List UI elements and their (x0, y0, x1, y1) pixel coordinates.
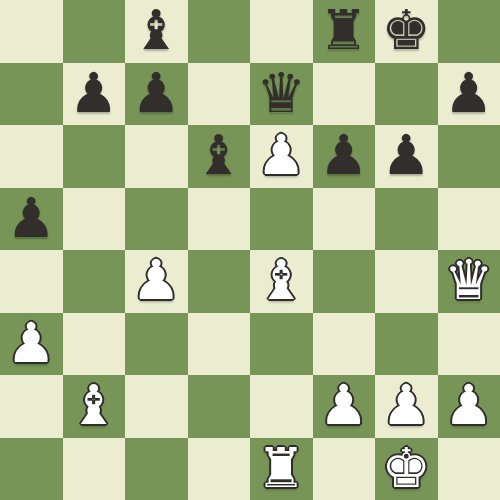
square-b3[interactable] (63, 313, 126, 376)
square-c4[interactable]: ♟ (125, 250, 188, 313)
square-c2[interactable] (125, 375, 188, 438)
square-e8[interactable] (250, 0, 313, 63)
square-e7[interactable]: ♛ (250, 63, 313, 126)
square-b5[interactable] (63, 188, 126, 251)
square-g5[interactable] (375, 188, 438, 251)
square-e5[interactable] (250, 188, 313, 251)
square-e6[interactable]: ♟ (250, 125, 313, 188)
piece-white-pawn[interactable]: ♟ (319, 374, 368, 437)
square-f6[interactable]: ♟ (313, 125, 376, 188)
square-d3[interactable] (188, 313, 251, 376)
piece-black-pawn[interactable]: ♟ (382, 124, 431, 187)
piece-white-bishop[interactable]: ♝ (257, 249, 306, 312)
chess-board: ♝♜♚♟♟♛♟♝♟♟♟♟♟♝♛♟♝♟♟♟♜♚ (0, 0, 500, 500)
square-a2[interactable] (0, 375, 63, 438)
square-c3[interactable] (125, 313, 188, 376)
square-h2[interactable]: ♟ (438, 375, 500, 438)
square-g7[interactable] (375, 63, 438, 126)
square-c7[interactable]: ♟ (125, 63, 188, 126)
square-h4[interactable]: ♛ (438, 250, 500, 313)
square-a3[interactable]: ♟ (0, 313, 63, 376)
square-h8[interactable] (438, 0, 500, 63)
square-g4[interactable] (375, 250, 438, 313)
piece-white-pawn[interactable]: ♟ (7, 312, 56, 375)
square-f3[interactable] (313, 313, 376, 376)
piece-black-pawn[interactable]: ♟ (444, 62, 493, 125)
square-a8[interactable] (0, 0, 63, 63)
square-d2[interactable] (188, 375, 251, 438)
piece-black-pawn[interactable]: ♟ (7, 187, 56, 250)
square-a1[interactable] (0, 438, 63, 500)
piece-black-rook[interactable]: ♜ (319, 0, 368, 62)
square-h3[interactable] (438, 313, 500, 376)
square-a6[interactable] (0, 125, 63, 188)
square-a5[interactable]: ♟ (0, 188, 63, 251)
square-f5[interactable] (313, 188, 376, 251)
piece-white-pawn[interactable]: ♟ (444, 374, 493, 437)
piece-black-pawn[interactable]: ♟ (69, 62, 118, 125)
piece-white-bishop[interactable]: ♝ (69, 374, 118, 437)
piece-black-king[interactable]: ♚ (382, 0, 431, 62)
square-e3[interactable] (250, 313, 313, 376)
square-h7[interactable]: ♟ (438, 63, 500, 126)
piece-white-pawn[interactable]: ♟ (257, 124, 306, 187)
piece-black-queen[interactable]: ♛ (257, 62, 306, 125)
piece-white-rook[interactable]: ♜ (257, 437, 306, 500)
piece-black-pawn[interactable]: ♟ (132, 62, 181, 125)
square-b2[interactable]: ♝ (63, 375, 126, 438)
piece-black-pawn[interactable]: ♟ (319, 124, 368, 187)
square-d6[interactable]: ♝ (188, 125, 251, 188)
square-a4[interactable] (0, 250, 63, 313)
piece-white-king[interactable]: ♚ (382, 437, 431, 500)
square-g6[interactable]: ♟ (375, 125, 438, 188)
square-c8[interactable]: ♝ (125, 0, 188, 63)
square-b4[interactable] (63, 250, 126, 313)
square-d7[interactable] (188, 63, 251, 126)
square-h6[interactable] (438, 125, 500, 188)
square-e1[interactable]: ♜ (250, 438, 313, 500)
square-d1[interactable] (188, 438, 251, 500)
square-e2[interactable] (250, 375, 313, 438)
piece-white-queen[interactable]: ♛ (444, 249, 493, 312)
square-d8[interactable] (188, 0, 251, 63)
square-d4[interactable] (188, 250, 251, 313)
square-g3[interactable] (375, 313, 438, 376)
piece-black-bishop[interactable]: ♝ (132, 0, 181, 62)
square-b1[interactable] (63, 438, 126, 500)
square-g1[interactable]: ♚ (375, 438, 438, 500)
square-h5[interactable] (438, 188, 500, 251)
square-d5[interactable] (188, 188, 251, 251)
square-h1[interactable] (438, 438, 500, 500)
square-f7[interactable] (313, 63, 376, 126)
piece-white-pawn[interactable]: ♟ (132, 249, 181, 312)
square-g8[interactable]: ♚ (375, 0, 438, 63)
piece-white-pawn[interactable]: ♟ (382, 374, 431, 437)
square-b7[interactable]: ♟ (63, 63, 126, 126)
square-b6[interactable] (63, 125, 126, 188)
square-f2[interactable]: ♟ (313, 375, 376, 438)
square-f4[interactable] (313, 250, 376, 313)
square-b8[interactable] (63, 0, 126, 63)
piece-black-bishop[interactable]: ♝ (194, 124, 243, 187)
square-c1[interactable] (125, 438, 188, 500)
square-f1[interactable] (313, 438, 376, 500)
square-c6[interactable] (125, 125, 188, 188)
square-e4[interactable]: ♝ (250, 250, 313, 313)
square-c5[interactable] (125, 188, 188, 251)
square-f8[interactable]: ♜ (313, 0, 376, 63)
square-g2[interactable]: ♟ (375, 375, 438, 438)
square-a7[interactable] (0, 63, 63, 126)
